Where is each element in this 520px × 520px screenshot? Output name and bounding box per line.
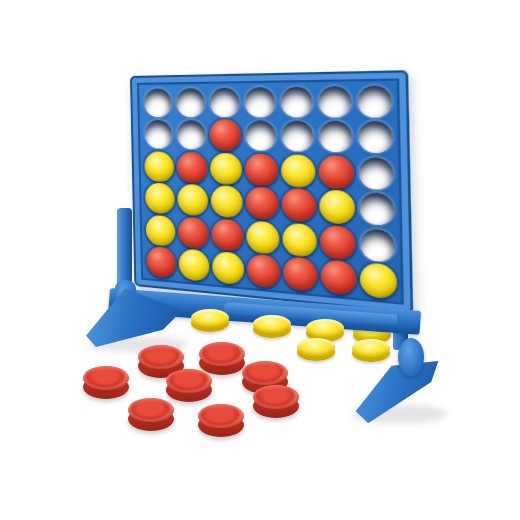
cell-r4-c6[interactable] (317, 189, 357, 226)
red-disc-top (128, 398, 174, 422)
red-floor-disc[interactable] (128, 398, 174, 432)
red-disc-top (242, 361, 288, 385)
red-piece (318, 155, 354, 190)
cell-r1-c4[interactable] (241, 85, 278, 119)
cell-r3-c7[interactable] (355, 155, 396, 192)
red-disc-top (253, 385, 299, 409)
red-piece (320, 259, 356, 296)
empty-hole (358, 157, 393, 190)
yellow-disc-top (191, 309, 229, 327)
red-disc-top (199, 342, 245, 366)
cell-r2-c3[interactable] (207, 119, 242, 153)
cell-r1-c5[interactable] (277, 84, 315, 119)
empty-hole (318, 86, 352, 118)
connect-four-board (130, 70, 413, 314)
board-grid (141, 83, 399, 301)
cell-r3-c5[interactable] (279, 153, 317, 189)
yellow-piece (359, 262, 397, 299)
red-piece (282, 257, 317, 293)
empty-hole (281, 121, 313, 152)
yellow-piece (145, 214, 175, 246)
cell-r3-c2[interactable] (175, 151, 209, 185)
right-leg-hub (398, 338, 424, 376)
yellow-piece (212, 251, 244, 285)
red-piece (209, 120, 241, 152)
cell-r6-c4[interactable] (245, 253, 282, 290)
empty-hole (144, 88, 172, 117)
empty-hole (244, 87, 275, 117)
empty-hole (209, 87, 239, 117)
red-piece (245, 187, 278, 221)
cell-r2-c6[interactable] (315, 119, 355, 155)
cell-r4-c4[interactable] (243, 186, 280, 222)
yellow-piece (319, 190, 355, 225)
red-piece (246, 254, 279, 289)
empty-hole (318, 121, 352, 153)
cell-r5-c4[interactable] (244, 219, 281, 255)
empty-hole (357, 121, 392, 153)
yellow-disc-top (306, 319, 344, 337)
yellow-piece (178, 249, 209, 283)
red-disc-top (138, 345, 184, 369)
cell-r5-c6[interactable] (317, 224, 357, 262)
cell-r6-c7[interactable] (357, 261, 398, 300)
red-disc-top (83, 366, 129, 390)
cell-r3-c4[interactable] (243, 152, 280, 187)
cell-r5-c1[interactable] (144, 214, 177, 248)
cell-r1-c2[interactable] (173, 86, 207, 119)
cell-r2-c1[interactable] (142, 119, 175, 151)
red-piece (176, 152, 207, 184)
cell-r6-c1[interactable] (144, 245, 177, 280)
empty-hole (176, 88, 205, 117)
cell-r1-c1[interactable] (141, 86, 174, 118)
empty-hole (144, 120, 172, 149)
cell-r6-c6[interactable] (318, 259, 358, 298)
cell-r4-c3[interactable] (209, 185, 244, 220)
yellow-piece (144, 151, 174, 182)
cell-r3-c1[interactable] (142, 150, 175, 183)
cell-r5-c2[interactable] (176, 215, 210, 250)
cell-r5-c7[interactable] (356, 226, 397, 265)
yellow-piece (177, 184, 208, 217)
cell-r6-c5[interactable] (281, 256, 319, 294)
red-floor-disc[interactable] (198, 404, 244, 438)
yellow-piece (145, 183, 175, 215)
yellow-floor-disc[interactable] (191, 309, 229, 333)
cell-r6-c3[interactable] (210, 250, 245, 286)
red-piece (319, 225, 355, 261)
empty-hole (245, 121, 276, 151)
cell-r2-c2[interactable] (174, 119, 208, 152)
red-piece (244, 153, 277, 186)
red-disc-top (198, 404, 244, 428)
red-piece (211, 218, 243, 252)
cell-r2-c7[interactable] (354, 119, 395, 155)
red-floor-disc[interactable] (253, 385, 299, 419)
empty-hole (359, 192, 394, 226)
red-piece (281, 188, 316, 223)
cell-r6-c2[interactable] (177, 248, 211, 283)
yellow-disc-top (297, 338, 335, 356)
yellow-floor-disc[interactable] (253, 315, 291, 339)
cell-r5-c5[interactable] (280, 222, 318, 259)
red-disc-top (166, 369, 212, 393)
red-piece (177, 216, 208, 249)
yellow-floor-disc[interactable] (297, 338, 335, 362)
cell-r2-c5[interactable] (278, 119, 316, 154)
cell-r4-c1[interactable] (143, 182, 176, 216)
empty-hole (360, 228, 395, 262)
cell-r1-c7[interactable] (353, 83, 394, 119)
yellow-piece (210, 185, 242, 218)
red-floor-disc[interactable] (83, 366, 129, 400)
yellow-floor-disc[interactable] (352, 339, 390, 363)
cell-r2-c4[interactable] (242, 119, 279, 153)
empty-hole (357, 85, 392, 117)
empty-hole (280, 86, 312, 117)
yellow-piece (280, 154, 315, 188)
red-piece (146, 246, 176, 279)
scene (0, 0, 520, 520)
cell-r4-c2[interactable] (175, 183, 209, 217)
cell-r1-c6[interactable] (315, 84, 355, 120)
cell-r4-c7[interactable] (356, 190, 397, 228)
yellow-disc-top (352, 339, 390, 357)
cell-r1-c3[interactable] (207, 85, 242, 119)
yellow-piece (282, 222, 317, 257)
cell-r5-c3[interactable] (209, 217, 244, 253)
cell-r4-c5[interactable] (279, 187, 317, 223)
empty-hole (176, 120, 205, 149)
cell-r3-c6[interactable] (316, 154, 356, 190)
yellow-disc-top (253, 315, 291, 333)
yellow-piece (210, 152, 242, 185)
yellow-piece (246, 220, 279, 254)
cell-r3-c3[interactable] (208, 152, 243, 186)
